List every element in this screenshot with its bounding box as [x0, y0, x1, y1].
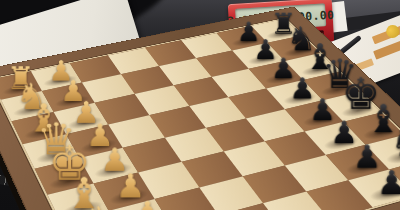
piece-black-pawn[interactable]: ♟ — [377, 167, 400, 200]
piece-white-knight[interactable]: ♞ — [80, 201, 119, 210]
piece-white-pawn[interactable]: ♟ — [132, 197, 163, 210]
piece-black-knight[interactable]: ♞ — [390, 124, 400, 163]
tournament-table-scene: 2.00.00 2.00.00 ♜♟♟♜♞♟♟♞♝♟♟♝♛♟♟♛♚♟♟♚♝♟♟♝… — [0, 0, 400, 210]
